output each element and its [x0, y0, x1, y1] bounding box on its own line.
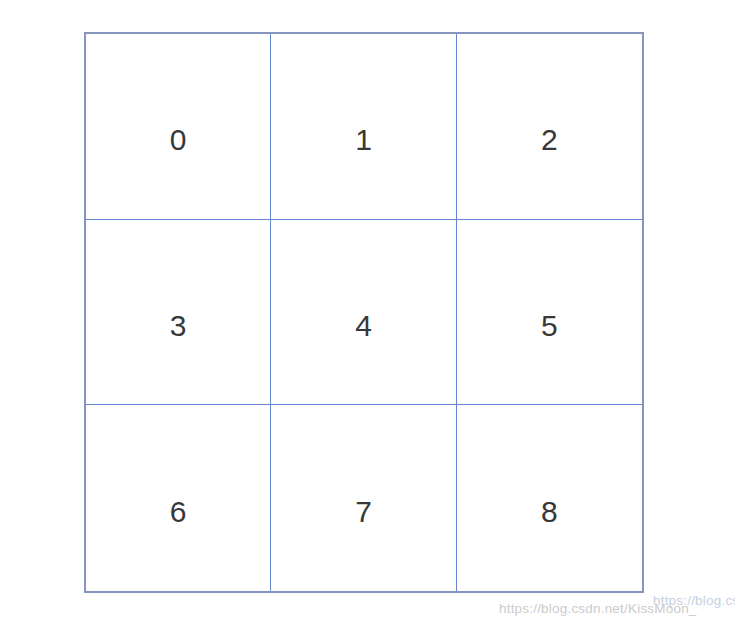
cell-8-label: 8: [541, 495, 558, 529]
screenshot-canvas: 0 1 2 3 4 5 6 7 8 https://blog.csdn.net/…: [0, 0, 735, 629]
cell-1-label: 1: [355, 123, 372, 157]
numbered-grid-board: 0 1 2 3 4 5 6 7 8: [84, 32, 644, 593]
cell-5: 5: [457, 220, 642, 406]
cell-4: 4: [271, 220, 456, 406]
cell-0: 0: [86, 34, 271, 220]
cell-1: 1: [271, 34, 456, 220]
cell-4-label: 4: [355, 309, 372, 343]
cell-5-label: 5: [541, 309, 558, 343]
cell-2: 2: [457, 34, 642, 220]
cell-7: 7: [271, 405, 456, 591]
csdn-watermark-partial: https://blog.csdn.net/KissMoon_: [653, 593, 735, 608]
csdn-watermark: https://blog.csdn.net/KissMoon_: [499, 601, 697, 616]
cell-6-label: 6: [170, 495, 187, 529]
cell-6: 6: [86, 405, 271, 591]
cell-7-label: 7: [355, 495, 372, 529]
cell-3-label: 3: [170, 309, 187, 343]
cell-3: 3: [86, 220, 271, 406]
cell-8: 8: [457, 405, 642, 591]
cell-0-label: 0: [170, 123, 187, 157]
cell-2-label: 2: [541, 123, 558, 157]
